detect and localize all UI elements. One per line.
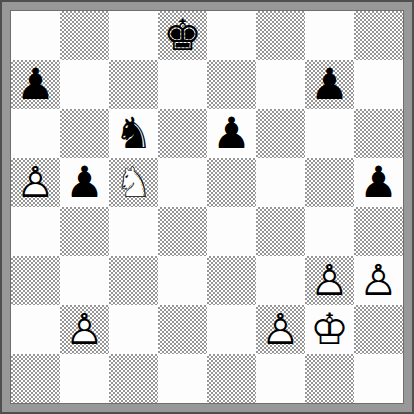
square-g8[interactable] — [305, 11, 354, 60]
square-d3[interactable] — [158, 256, 207, 305]
square-b2[interactable]: ♟♙ — [60, 305, 109, 354]
white-pawn[interactable]: ♙ — [60, 305, 109, 354]
square-h7[interactable] — [354, 60, 403, 109]
square-d5[interactable] — [158, 158, 207, 207]
square-f4[interactable] — [256, 207, 305, 256]
black-pawn[interactable]: ♟ — [60, 158, 109, 207]
square-h1[interactable] — [354, 354, 403, 403]
square-d1[interactable] — [158, 354, 207, 403]
white-pawn[interactable]: ♙ — [305, 256, 354, 305]
black-pawn[interactable]: ♟ — [11, 60, 60, 109]
square-h5[interactable]: ♟ — [354, 158, 403, 207]
square-c8[interactable] — [109, 11, 158, 60]
square-c2[interactable] — [109, 305, 158, 354]
square-f2[interactable]: ♟♙ — [256, 305, 305, 354]
square-e4[interactable] — [207, 207, 256, 256]
white-pawn[interactable]: ♙ — [11, 158, 60, 207]
black-pawn[interactable]: ♟ — [354, 158, 403, 207]
square-h2[interactable] — [354, 305, 403, 354]
board-border: ♚♟♟♞♟♟♙♟♞♘♟♟♙♟♙♟♙♟♙♚♔ — [10, 10, 404, 404]
square-f1[interactable] — [256, 354, 305, 403]
black-pawn[interactable]: ♟ — [207, 109, 256, 158]
square-c1[interactable] — [109, 354, 158, 403]
square-a7[interactable]: ♟ — [11, 60, 60, 109]
square-f6[interactable] — [256, 109, 305, 158]
square-d6[interactable] — [158, 109, 207, 158]
square-c7[interactable] — [109, 60, 158, 109]
square-a4[interactable] — [11, 207, 60, 256]
square-f5[interactable] — [256, 158, 305, 207]
square-e7[interactable] — [207, 60, 256, 109]
square-e2[interactable] — [207, 305, 256, 354]
square-g5[interactable] — [305, 158, 354, 207]
square-g1[interactable] — [305, 354, 354, 403]
square-g6[interactable] — [305, 109, 354, 158]
square-g2[interactable]: ♚♔ — [305, 305, 354, 354]
white-pawn[interactable]: ♙ — [256, 305, 305, 354]
square-c4[interactable] — [109, 207, 158, 256]
square-a3[interactable] — [11, 256, 60, 305]
square-b7[interactable] — [60, 60, 109, 109]
square-b5[interactable]: ♟ — [60, 158, 109, 207]
square-g7[interactable]: ♟ — [305, 60, 354, 109]
black-knight[interactable]: ♞ — [109, 109, 158, 158]
square-d4[interactable] — [158, 207, 207, 256]
square-e1[interactable] — [207, 354, 256, 403]
square-b4[interactable] — [60, 207, 109, 256]
square-d2[interactable] — [158, 305, 207, 354]
square-f7[interactable] — [256, 60, 305, 109]
square-a8[interactable] — [11, 11, 60, 60]
board-frame: ♚♟♟♞♟♟♙♟♞♘♟♟♙♟♙♟♙♟♙♚♔ — [0, 0, 414, 414]
black-king[interactable]: ♚ — [158, 11, 207, 60]
square-b3[interactable] — [60, 256, 109, 305]
square-a2[interactable] — [11, 305, 60, 354]
square-h8[interactable] — [354, 11, 403, 60]
square-f3[interactable] — [256, 256, 305, 305]
square-c6[interactable]: ♞ — [109, 109, 158, 158]
square-a5[interactable]: ♟♙ — [11, 158, 60, 207]
square-b8[interactable] — [60, 11, 109, 60]
square-f8[interactable] — [256, 11, 305, 60]
square-e5[interactable] — [207, 158, 256, 207]
square-a6[interactable] — [11, 109, 60, 158]
white-knight[interactable]: ♘ — [109, 158, 158, 207]
square-h3[interactable]: ♟♙ — [354, 256, 403, 305]
square-e3[interactable] — [207, 256, 256, 305]
square-e8[interactable] — [207, 11, 256, 60]
white-pawn[interactable]: ♙ — [354, 256, 403, 305]
square-h4[interactable] — [354, 207, 403, 256]
square-d8[interactable]: ♚ — [158, 11, 207, 60]
square-g4[interactable] — [305, 207, 354, 256]
square-c3[interactable] — [109, 256, 158, 305]
square-b1[interactable] — [60, 354, 109, 403]
square-b6[interactable] — [60, 109, 109, 158]
square-c5[interactable]: ♞♘ — [109, 158, 158, 207]
square-d7[interactable] — [158, 60, 207, 109]
square-a1[interactable] — [11, 354, 60, 403]
square-g3[interactable]: ♟♙ — [305, 256, 354, 305]
chess-board: ♚♟♟♞♟♟♙♟♞♘♟♟♙♟♙♟♙♟♙♚♔ — [11, 11, 403, 403]
square-e6[interactable]: ♟ — [207, 109, 256, 158]
black-pawn[interactable]: ♟ — [305, 60, 354, 109]
square-h6[interactable] — [354, 109, 403, 158]
white-king[interactable]: ♔ — [305, 305, 354, 354]
